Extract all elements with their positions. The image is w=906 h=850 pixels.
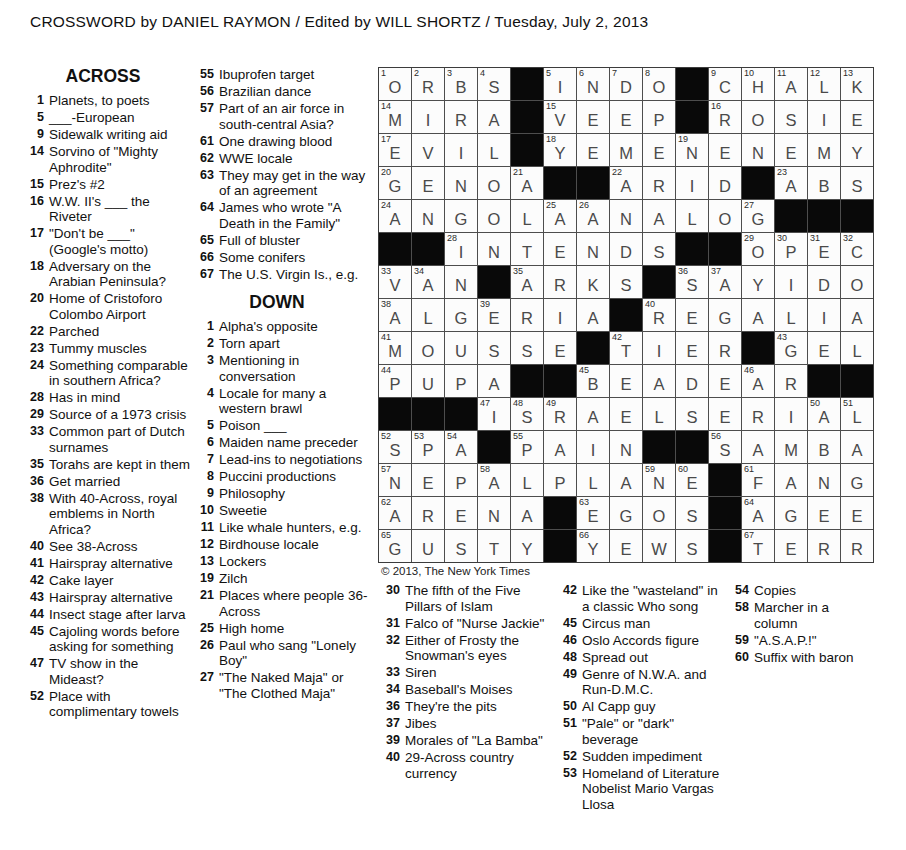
- cell-r2c11[interactable]: 16R: [709, 101, 741, 133]
- cell-r3c8[interactable]: M: [610, 134, 642, 166]
- cell-r14c15[interactable]: E: [841, 497, 873, 529]
- cell-r5c10[interactable]: L: [676, 200, 708, 232]
- clue-text: Hairspray alternative: [49, 556, 173, 572]
- cell-r10c9[interactable]: A: [643, 365, 675, 397]
- cell-r14c4[interactable]: N: [478, 497, 510, 529]
- clue-number: 6: [194, 435, 214, 451]
- cell-r7c2[interactable]: 34A: [412, 266, 444, 298]
- cell-r6c12[interactable]: 29O: [742, 233, 774, 265]
- cell-letter: R: [412, 506, 444, 529]
- cell-r2c15[interactable]: E: [841, 101, 873, 133]
- cell-r3c6[interactable]: 18Y: [544, 134, 576, 166]
- cell-r7c10[interactable]: 36S: [676, 266, 708, 298]
- clue-number: 59: [729, 633, 749, 649]
- cell-r1c9[interactable]: 8O: [643, 68, 675, 100]
- cell-r2c14[interactable]: I: [808, 101, 840, 133]
- cell-letter: E: [544, 242, 576, 265]
- cell-r13c10[interactable]: 60E: [676, 464, 708, 496]
- cell-r14c9[interactable]: O: [643, 497, 675, 529]
- black-square-r2c10: [676, 101, 708, 133]
- cell-r1c15[interactable]: 13K: [841, 68, 873, 100]
- cell-r5c1[interactable]: 24A: [379, 200, 411, 232]
- cell-letter: L: [841, 407, 873, 430]
- cell-r13c4[interactable]: 58A: [478, 464, 510, 496]
- cell-r13c1[interactable]: 57N: [379, 464, 411, 496]
- cell-r13c6[interactable]: P: [544, 464, 576, 496]
- cell-r11c4[interactable]: 47I: [478, 398, 510, 430]
- cell-r8c15[interactable]: A: [841, 299, 873, 331]
- cell-letter: E: [577, 506, 609, 529]
- black-square-r12c4: [478, 431, 510, 463]
- cell-r9c9[interactable]: I: [643, 332, 675, 364]
- clue-text: Torn apart: [219, 336, 280, 352]
- cell-r10c11[interactable]: E: [709, 365, 741, 397]
- clue-across-64: 64James who wrote "A Death in the Family…: [194, 200, 372, 231]
- cell-r8c2[interactable]: L: [412, 299, 444, 331]
- cell-letter: T: [742, 539, 774, 562]
- cell-r2c7[interactable]: E: [577, 101, 609, 133]
- cell-r2c2[interactable]: I: [412, 101, 444, 133]
- clue-number: 20: [24, 291, 44, 322]
- cell-r6c14[interactable]: 31E: [808, 233, 840, 265]
- cell-letter: A: [544, 209, 576, 232]
- cell-r12c6[interactable]: A: [544, 431, 576, 463]
- clue-across-47: 47TV show in the Mideast?: [24, 656, 194, 687]
- cell-r7c1[interactable]: 33V: [379, 266, 411, 298]
- cell-r3c2[interactable]: V: [412, 134, 444, 166]
- cell-letter: A: [742, 308, 774, 331]
- cell-r3c13[interactable]: E: [775, 134, 807, 166]
- cell-letter: I: [544, 308, 576, 331]
- cell-r12c12[interactable]: A: [742, 431, 774, 463]
- cell-r5c4[interactable]: O: [478, 200, 510, 232]
- cell-r15c1[interactable]: 65G: [379, 530, 411, 562]
- clue-text: Insect stage after larva: [49, 607, 186, 623]
- cell-r2c12[interactable]: O: [742, 101, 774, 133]
- clue-text: Cake layer: [49, 573, 114, 589]
- cell-r6c3[interactable]: 28I: [445, 233, 477, 265]
- black-square-r10c14: [808, 365, 840, 397]
- cell-r15c13[interactable]: E: [775, 530, 807, 562]
- clue-number: 27: [194, 670, 214, 701]
- cell-r3c10[interactable]: 19N: [676, 134, 708, 166]
- clue-number: 9: [24, 127, 44, 143]
- cell-r13c13[interactable]: A: [775, 464, 807, 496]
- cell-r7c15[interactable]: O: [841, 266, 873, 298]
- cell-letter: S: [379, 440, 411, 463]
- cell-r9c3[interactable]: U: [445, 332, 477, 364]
- clue-number: 1: [194, 319, 214, 335]
- clue-text: Get married: [49, 474, 120, 490]
- cell-r8c14[interactable]: I: [808, 299, 840, 331]
- cell-r9c5[interactable]: S: [511, 332, 543, 364]
- black-square-r7c9: [643, 266, 675, 298]
- cell-r9c14[interactable]: E: [808, 332, 840, 364]
- cell-letter: A: [379, 506, 411, 529]
- cell-r12c1[interactable]: 52S: [379, 431, 411, 463]
- cell-r4c15[interactable]: S: [841, 167, 873, 199]
- cell-letter: M: [808, 143, 840, 166]
- clue-number: 16: [24, 194, 44, 225]
- cell-letter: K: [577, 275, 609, 298]
- cell-r6c5[interactable]: T: [511, 233, 543, 265]
- cell-r3c15[interactable]: Y: [841, 134, 873, 166]
- cell-r3c1[interactable]: 17E: [379, 134, 411, 166]
- cell-letter: N: [478, 506, 510, 529]
- cell-r7c11[interactable]: 37A: [709, 266, 741, 298]
- clue-number: 54: [729, 583, 749, 599]
- cell-r12c8[interactable]: N: [610, 431, 642, 463]
- cell-r15c12[interactable]: 67T: [742, 530, 774, 562]
- cell-r1c1[interactable]: 1O: [379, 68, 411, 100]
- clue-number: 42: [557, 583, 577, 614]
- cell-letter: E: [808, 506, 840, 529]
- cell-r9c10[interactable]: E: [676, 332, 708, 364]
- cell-letter: L: [841, 341, 873, 364]
- cell-r3c3[interactable]: I: [445, 134, 477, 166]
- cell-letter: E: [841, 506, 873, 529]
- cell-letter: A: [478, 374, 510, 397]
- cell-r7c14[interactable]: D: [808, 266, 840, 298]
- cell-r11c5[interactable]: 48S: [511, 398, 543, 430]
- clue-number: 34: [380, 682, 400, 698]
- cell-letter: A: [478, 473, 510, 496]
- cell-r5c7[interactable]: 26A: [577, 200, 609, 232]
- cell-r15c2[interactable]: U: [412, 530, 444, 562]
- clue-text: Philosophy: [219, 486, 285, 502]
- cell-r5c9[interactable]: A: [643, 200, 675, 232]
- clue-number: 42: [24, 573, 44, 589]
- cell-r6c4[interactable]: N: [478, 233, 510, 265]
- black-square-r6c2: [412, 233, 444, 265]
- cell-r5c3[interactable]: G: [445, 200, 477, 232]
- cell-letter: I: [445, 143, 477, 166]
- cell-r8c4[interactable]: 39E: [478, 299, 510, 331]
- cell-letter: E: [709, 407, 741, 430]
- cell-r11c8[interactable]: E: [610, 398, 642, 430]
- cell-r10c3[interactable]: P: [445, 365, 477, 397]
- cell-r15c7[interactable]: 66Y: [577, 530, 609, 562]
- clue-text: Suffix with baron: [754, 650, 854, 666]
- cell-r8c7[interactable]: A: [577, 299, 609, 331]
- cell-r13c12[interactable]: 61F: [742, 464, 774, 496]
- cell-r11c13[interactable]: I: [775, 398, 807, 430]
- cell-r7c13[interactable]: I: [775, 266, 807, 298]
- cell-letter: O: [643, 77, 675, 100]
- cell-r4c1[interactable]: 20G: [379, 167, 411, 199]
- cell-r11c14[interactable]: 50A: [808, 398, 840, 430]
- cell-r13c2[interactable]: E: [412, 464, 444, 496]
- clue-text: Al Capp guy: [582, 699, 656, 715]
- cell-r15c14[interactable]: R: [808, 530, 840, 562]
- cell-r9c11[interactable]: R: [709, 332, 741, 364]
- clue-number: 49: [557, 667, 577, 698]
- clue-text: Morales of "La Bamba": [405, 733, 543, 749]
- clue-number: 9: [194, 486, 214, 502]
- cell-r13c9[interactable]: 59N: [643, 464, 675, 496]
- cell-r13c15[interactable]: G: [841, 464, 873, 496]
- cell-r15c9[interactable]: W: [643, 530, 675, 562]
- cell-letter: E: [808, 341, 840, 364]
- cell-letter: A: [577, 407, 609, 430]
- cell-letter: A: [610, 176, 642, 199]
- clue-text: Place with complimentary towels: [49, 689, 194, 720]
- cell-r1c6[interactable]: 5I: [544, 68, 576, 100]
- cell-r15c4[interactable]: T: [478, 530, 510, 562]
- cell-r9c15[interactable]: L: [841, 332, 873, 364]
- clue-down-60: 60Suffix with baron: [729, 650, 861, 666]
- cell-r3c14[interactable]: M: [808, 134, 840, 166]
- down-header: DOWN: [194, 292, 360, 313]
- cell-letter: E: [544, 341, 576, 364]
- black-square-r5c14: [808, 200, 840, 232]
- cell-r13c8[interactable]: A: [610, 464, 642, 496]
- cell-letter: E: [610, 539, 642, 562]
- across-clue-column-1: ACROSS 1Planets, to poets5___-European9S…: [24, 66, 194, 721]
- black-square-r11c1: [379, 398, 411, 430]
- cell-r4c4[interactable]: O: [478, 167, 510, 199]
- clue-text: Mentioning in conversation: [219, 353, 372, 384]
- cell-r2c3[interactable]: R: [445, 101, 477, 133]
- cell-r6c8[interactable]: D: [610, 233, 642, 265]
- cell-r10c12[interactable]: 46A: [742, 365, 774, 397]
- puzzle-title: CROSSWORD by DANIEL RAYMON / Edited by W…: [30, 13, 648, 31]
- cell-r7c6[interactable]: R: [544, 266, 576, 298]
- cell-letter: N: [643, 473, 675, 496]
- cell-r1c11[interactable]: 9C: [709, 68, 741, 100]
- clue-number: 12: [194, 537, 214, 553]
- cell-r14c7[interactable]: 63E: [577, 497, 609, 529]
- cell-letter: N: [676, 143, 708, 166]
- down-clue-column-3: 42Like the "wasteland" in a classic Who …: [557, 583, 727, 814]
- cell-letter: O: [478, 209, 510, 232]
- cell-r4c8[interactable]: 22A: [610, 167, 642, 199]
- clue-text: Planets, to poets: [49, 93, 150, 109]
- cell-r12c15[interactable]: A: [841, 431, 873, 463]
- clue-number: 7: [194, 452, 214, 468]
- clue-across-65: 65Full of bluster: [194, 233, 372, 249]
- down-clue-list-4: 54Copies58Marcher in a column59"A.S.A.P.…: [729, 583, 861, 665]
- cell-letter: E: [412, 176, 444, 199]
- cell-r4c3[interactable]: N: [445, 167, 477, 199]
- cell-r5c6[interactable]: 25A: [544, 200, 576, 232]
- cell-r15c5[interactable]: Y: [511, 530, 543, 562]
- cell-r10c7[interactable]: 45B: [577, 365, 609, 397]
- cell-r2c6[interactable]: 15V: [544, 101, 576, 133]
- clue-number: 44: [24, 607, 44, 623]
- cell-r1c2[interactable]: 2R: [412, 68, 444, 100]
- cell-r3c11[interactable]: E: [709, 134, 741, 166]
- cell-r7c5[interactable]: 35A: [511, 266, 543, 298]
- cell-r4c14[interactable]: B: [808, 167, 840, 199]
- cell-r11c7[interactable]: A: [577, 398, 609, 430]
- cell-r3c12[interactable]: N: [742, 134, 774, 166]
- cell-r1c3[interactable]: 3B: [445, 68, 477, 100]
- cell-r8c13[interactable]: L: [775, 299, 807, 331]
- cell-r8c11[interactable]: G: [709, 299, 741, 331]
- cell-r1c7[interactable]: 6N: [577, 68, 609, 100]
- cell-r8c9[interactable]: 40R: [643, 299, 675, 331]
- clue-down-12: 12Birdhouse locale: [194, 537, 372, 553]
- cell-r14c10[interactable]: S: [676, 497, 708, 529]
- cell-letter: E: [775, 539, 807, 562]
- cell-r4c11[interactable]: D: [709, 167, 741, 199]
- cell-r14c13[interactable]: G: [775, 497, 807, 529]
- black-square-r12c10: [676, 431, 708, 463]
- cell-r4c10[interactable]: I: [676, 167, 708, 199]
- cell-r1c8[interactable]: 7D: [610, 68, 642, 100]
- cell-r12c3[interactable]: 54A: [445, 431, 477, 463]
- cell-r10c1[interactable]: 44P: [379, 365, 411, 397]
- cell-r13c3[interactable]: P: [445, 464, 477, 496]
- cell-letter: P: [445, 473, 477, 496]
- cell-r6c6[interactable]: E: [544, 233, 576, 265]
- cell-letter: N: [379, 473, 411, 496]
- cell-r15c10[interactable]: S: [676, 530, 708, 562]
- cell-r11c15[interactable]: 51L: [841, 398, 873, 430]
- cell-r7c3[interactable]: N: [445, 266, 477, 298]
- cell-letter: P: [544, 473, 576, 496]
- cell-r6c15[interactable]: 32C: [841, 233, 873, 265]
- cell-r12c11[interactable]: 56S: [709, 431, 741, 463]
- cell-r3c9[interactable]: E: [643, 134, 675, 166]
- cell-r11c6[interactable]: 49R: [544, 398, 576, 430]
- clue-across-36: 36Get married: [24, 474, 194, 490]
- cell-r12c13[interactable]: M: [775, 431, 807, 463]
- cell-r12c2[interactable]: 53P: [412, 431, 444, 463]
- cell-letter: S: [478, 77, 510, 100]
- cell-r2c13[interactable]: S: [775, 101, 807, 133]
- cell-r6c9[interactable]: S: [643, 233, 675, 265]
- cell-letter: N: [478, 242, 510, 265]
- cell-r14c3[interactable]: E: [445, 497, 477, 529]
- cell-letter: G: [445, 209, 477, 232]
- cell-letter: E: [709, 143, 741, 166]
- cell-r7c7[interactable]: K: [577, 266, 609, 298]
- cell-r5c2[interactable]: N: [412, 200, 444, 232]
- cell-r14c2[interactable]: R: [412, 497, 444, 529]
- cell-letter: G: [742, 209, 774, 232]
- cell-r15c8[interactable]: E: [610, 530, 642, 562]
- clue-text: "A.S.A.P.!": [754, 633, 817, 649]
- cell-r14c12[interactable]: 64A: [742, 497, 774, 529]
- cell-r1c14[interactable]: 12L: [808, 68, 840, 100]
- cell-r14c1[interactable]: 62A: [379, 497, 411, 529]
- clue-number: 3: [194, 353, 214, 384]
- cell-r4c2[interactable]: E: [412, 167, 444, 199]
- cell-r10c2[interactable]: U: [412, 365, 444, 397]
- clue-text: Copies: [754, 583, 796, 599]
- cell-r11c10[interactable]: S: [676, 398, 708, 430]
- cell-r11c11[interactable]: E: [709, 398, 741, 430]
- cell-r3c7[interactable]: E: [577, 134, 609, 166]
- clue-text: Oslo Accords figure: [582, 633, 699, 649]
- clue-across-45: 45Cajoling words before asking for somet…: [24, 624, 194, 655]
- cell-r13c5[interactable]: L: [511, 464, 543, 496]
- cell-r8c10[interactable]: E: [676, 299, 708, 331]
- cell-r9c1[interactable]: 41M: [379, 332, 411, 364]
- clue-across-17: 17"Don't be ___" (Google's motto): [24, 226, 194, 257]
- cell-r5c11[interactable]: O: [709, 200, 741, 232]
- cell-r15c15[interactable]: R: [841, 530, 873, 562]
- cell-r8c12[interactable]: A: [742, 299, 774, 331]
- cell-r1c13[interactable]: 11A: [775, 68, 807, 100]
- black-square-r4c7: [577, 167, 609, 199]
- cell-r14c5[interactable]: A: [511, 497, 543, 529]
- cell-r8c1[interactable]: 38A: [379, 299, 411, 331]
- cell-r12c5[interactable]: 55P: [511, 431, 543, 463]
- clue-across-18: 18Adversary on the Arabian Peninsula?: [24, 259, 194, 290]
- cell-r1c4[interactable]: 4S: [478, 68, 510, 100]
- cell-r11c12[interactable]: R: [742, 398, 774, 430]
- cell-r11c9[interactable]: L: [643, 398, 675, 430]
- cell-r7c8[interactable]: S: [610, 266, 642, 298]
- clue-number: 32: [380, 633, 400, 664]
- cell-letter: N: [445, 176, 477, 199]
- cell-r14c14[interactable]: E: [808, 497, 840, 529]
- cell-r6c13[interactable]: 30P: [775, 233, 807, 265]
- cell-r2c9[interactable]: P: [643, 101, 675, 133]
- cell-r13c14[interactable]: N: [808, 464, 840, 496]
- cell-r10c10[interactable]: D: [676, 365, 708, 397]
- cell-r2c4[interactable]: A: [478, 101, 510, 133]
- cell-r7c12[interactable]: Y: [742, 266, 774, 298]
- cell-r15c3[interactable]: S: [445, 530, 477, 562]
- clue-down-8: 8Puccini productions: [194, 469, 372, 485]
- cell-letter: A: [709, 275, 741, 298]
- cell-r5c12[interactable]: 27G: [742, 200, 774, 232]
- clue-number: 36: [380, 699, 400, 715]
- cell-letter: R: [841, 539, 873, 562]
- cell-r10c8[interactable]: E: [610, 365, 642, 397]
- black-square-r4c6: [544, 167, 576, 199]
- cell-r12c14[interactable]: B: [808, 431, 840, 463]
- cell-r5c5[interactable]: L: [511, 200, 543, 232]
- cell-r8c6[interactable]: I: [544, 299, 576, 331]
- cell-r6c7[interactable]: N: [577, 233, 609, 265]
- cell-r3c4[interactable]: L: [478, 134, 510, 166]
- cell-letter: R: [412, 77, 444, 100]
- cell-r10c13[interactable]: R: [775, 365, 807, 397]
- cell-r4c13[interactable]: 23A: [775, 167, 807, 199]
- cell-r9c4[interactable]: S: [478, 332, 510, 364]
- cell-letter: G: [775, 341, 807, 364]
- cell-letter: A: [841, 308, 873, 331]
- cell-letter: A: [511, 506, 543, 529]
- cell-r5c8[interactable]: N: [610, 200, 642, 232]
- cell-r13c7[interactable]: L: [577, 464, 609, 496]
- cell-r9c8[interactable]: 42T: [610, 332, 642, 364]
- cell-r9c6[interactable]: E: [544, 332, 576, 364]
- cell-letter: U: [412, 374, 444, 397]
- cell-r1c12[interactable]: 10H: [742, 68, 774, 100]
- cell-r14c8[interactable]: G: [610, 497, 642, 529]
- down-clue-list-2: 30The fifth of the Five Pillars of Islam…: [380, 583, 560, 781]
- cell-r10c4[interactable]: A: [478, 365, 510, 397]
- cell-r2c1[interactable]: 14M: [379, 101, 411, 133]
- down-clue-column-4: 54Copies58Marcher in a column59"A.S.A.P.…: [729, 583, 861, 667]
- cell-letter: A: [511, 176, 543, 199]
- cell-r8c3[interactable]: G: [445, 299, 477, 331]
- cell-r4c9[interactable]: R: [643, 167, 675, 199]
- cell-r12c7[interactable]: I: [577, 431, 609, 463]
- cell-r9c2[interactable]: O: [412, 332, 444, 364]
- cell-r4c5[interactable]: 21A: [511, 167, 543, 199]
- cell-r8c5[interactable]: R: [511, 299, 543, 331]
- cell-r2c8[interactable]: E: [610, 101, 642, 133]
- clue-number: 10: [194, 503, 214, 519]
- cell-r9c13[interactable]: 43G: [775, 332, 807, 364]
